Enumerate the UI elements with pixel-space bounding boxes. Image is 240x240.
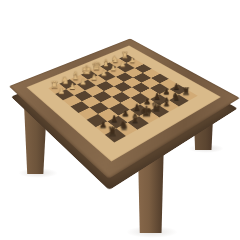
square-h4[interactable] [70,101,90,113]
piece-white-pawn[interactable]: ♟ [55,88,68,96]
chess-board: ♜♟♟♜♞♟♟♞♝♟♟♝♛♟♟♛♚♟♟♚♝♟♟♝♞♟♟♞♜♟♟♜ [48,55,197,143]
piece-white-pawn[interactable]: ♟ [88,74,101,82]
square-a4[interactable] [142,69,160,78]
product-photo-scene: ♜♟♟♜♞♟♟♞♝♟♟♝♛♟♟♛♚♟♟♚♝♟♟♝♞♟♟♞♜♟♟♜ [0,0,240,240]
board-border-strip: ♜♟♟♜♞♟♟♞♝♟♟♝♛♟♟♛♚♟♟♚♝♟♟♝♞♟♟♞♜♟♟♜ [26,45,220,161]
piece-black-rook[interactable]: ♜ [104,125,119,137]
